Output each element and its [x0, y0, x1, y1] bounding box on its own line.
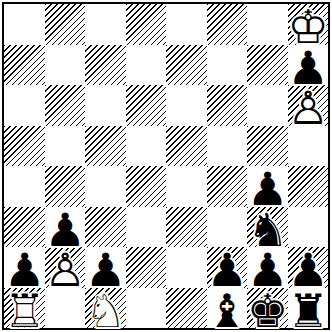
square-e1 — [166, 288, 207, 329]
square-a3 — [4, 207, 45, 248]
square-g6 — [247, 85, 288, 126]
square-c8 — [85, 4, 126, 45]
black-pawn-icon: ♟ — [85, 247, 126, 293]
chess-board: ♚♔♟♟♟♙♟♟♟♟♞♞♟♟♟♙♟♟♟♟♟♟♟♟♜♖♞♘♝♝♚♚♜♜ — [2, 2, 330, 330]
square-e2 — [166, 247, 207, 288]
black-pawn-icon: ♟ — [247, 247, 288, 293]
white-rook-icon: ♖ — [4, 288, 45, 332]
black-bishop-icon: ♝ — [207, 288, 248, 332]
square-g8 — [247, 4, 288, 45]
black-rook-piece: ♜♜ — [288, 288, 329, 332]
square-a7 — [4, 45, 45, 86]
square-f7 — [207, 45, 248, 86]
white-pawn-piece: ♟♙ — [45, 247, 86, 293]
square-b1 — [45, 288, 86, 329]
square-c2: ♟♟ — [85, 247, 126, 288]
square-d2 — [126, 247, 167, 288]
square-b7 — [45, 45, 86, 86]
black-king-piece: ♚♚ — [247, 288, 288, 332]
square-f1: ♝♝ — [207, 288, 248, 329]
black-pawn-piece: ♟♟ — [45, 207, 86, 253]
piece-halo: ♟ — [45, 247, 86, 293]
square-c1: ♞♘ — [85, 288, 126, 329]
piece-halo: ♟ — [247, 166, 288, 212]
square-d4 — [126, 166, 167, 207]
black-pawn-piece: ♟♟ — [85, 247, 126, 293]
square-h2: ♟♟ — [288, 247, 329, 288]
white-king-icon: ♔ — [288, 4, 329, 50]
square-g2: ♟♟ — [247, 247, 288, 288]
square-e4 — [166, 166, 207, 207]
square-a1: ♜♖ — [4, 288, 45, 329]
white-pawn-icon: ♙ — [288, 85, 329, 131]
piece-halo: ♟ — [288, 45, 329, 91]
piece-halo: ♚ — [247, 288, 288, 332]
square-h6: ♟♙ — [288, 85, 329, 126]
square-h8: ♚♔ — [288, 4, 329, 45]
black-king-icon: ♚ — [247, 288, 288, 332]
square-c4 — [85, 166, 126, 207]
square-c5 — [85, 126, 126, 167]
piece-halo: ♜ — [288, 288, 329, 332]
square-a5 — [4, 126, 45, 167]
piece-halo: ♞ — [85, 288, 126, 332]
square-f3 — [207, 207, 248, 248]
square-h3 — [288, 207, 329, 248]
square-h4 — [288, 166, 329, 207]
piece-halo: ♟ — [85, 247, 126, 293]
square-f8 — [207, 4, 248, 45]
piece-halo: ♟ — [288, 85, 329, 131]
square-c6 — [85, 85, 126, 126]
black-pawn-icon: ♟ — [45, 207, 86, 253]
square-d5 — [126, 126, 167, 167]
white-pawn-piece: ♟♙ — [288, 85, 329, 131]
white-pawn-icon: ♙ — [45, 247, 86, 293]
black-knight-icon: ♞ — [247, 207, 288, 253]
square-h7: ♟♟ — [288, 45, 329, 86]
square-e7 — [166, 45, 207, 86]
square-a4 — [4, 166, 45, 207]
square-a2: ♟♟ — [4, 247, 45, 288]
black-pawn-icon: ♟ — [247, 166, 288, 212]
piece-halo: ♟ — [4, 247, 45, 293]
square-c3 — [85, 207, 126, 248]
black-pawn-icon: ♟ — [4, 247, 45, 293]
square-a8 — [4, 4, 45, 45]
black-pawn-icon: ♟ — [288, 45, 329, 91]
black-knight-piece: ♞♞ — [247, 207, 288, 253]
piece-halo: ♝ — [207, 288, 248, 332]
square-e6 — [166, 85, 207, 126]
square-f5 — [207, 126, 248, 167]
square-f4 — [207, 166, 248, 207]
black-pawn-piece: ♟♟ — [207, 247, 248, 293]
square-g3: ♞♞ — [247, 207, 288, 248]
square-f6 — [207, 85, 248, 126]
black-rook-icon: ♜ — [288, 288, 329, 332]
square-a6 — [4, 85, 45, 126]
square-d3 — [126, 207, 167, 248]
black-pawn-icon: ♟ — [288, 247, 329, 293]
white-rook-piece: ♜♖ — [4, 288, 45, 332]
piece-halo: ♟ — [45, 207, 86, 253]
white-knight-icon: ♘ — [85, 288, 126, 332]
square-b5 — [45, 126, 86, 167]
square-d8 — [126, 4, 167, 45]
square-b8 — [45, 4, 86, 45]
piece-halo: ♟ — [207, 247, 248, 293]
white-king-piece: ♚♔ — [288, 4, 329, 50]
square-e3 — [166, 207, 207, 248]
chess-diagram: ♚♔♟♟♟♙♟♟♟♟♞♞♟♟♟♙♟♟♟♟♟♟♟♟♜♖♞♘♝♝♚♚♜♜ — [0, 0, 332, 332]
square-d6 — [126, 85, 167, 126]
black-pawn-piece: ♟♟ — [247, 247, 288, 293]
piece-halo: ♜ — [4, 288, 45, 332]
piece-halo: ♞ — [247, 207, 288, 253]
black-bishop-piece: ♝♝ — [207, 288, 248, 332]
square-g5 — [247, 126, 288, 167]
square-h5 — [288, 126, 329, 167]
black-pawn-piece: ♟♟ — [247, 166, 288, 212]
white-knight-piece: ♞♘ — [85, 288, 126, 332]
black-pawn-piece: ♟♟ — [288, 247, 329, 293]
square-g1: ♚♚ — [247, 288, 288, 329]
square-b6 — [45, 85, 86, 126]
square-b3: ♟♟ — [45, 207, 86, 248]
piece-halo: ♟ — [247, 247, 288, 293]
square-g7 — [247, 45, 288, 86]
square-h1: ♜♜ — [288, 288, 329, 329]
black-pawn-piece: ♟♟ — [4, 247, 45, 293]
square-g4: ♟♟ — [247, 166, 288, 207]
square-b4 — [45, 166, 86, 207]
square-e8 — [166, 4, 207, 45]
black-pawn-icon: ♟ — [207, 247, 248, 293]
square-e5 — [166, 126, 207, 167]
square-d1 — [126, 288, 167, 329]
square-d7 — [126, 45, 167, 86]
piece-halo: ♚ — [288, 4, 329, 50]
square-c7 — [85, 45, 126, 86]
black-pawn-piece: ♟♟ — [288, 45, 329, 91]
square-b2: ♟♙ — [45, 247, 86, 288]
square-f2: ♟♟ — [207, 247, 248, 288]
piece-halo: ♟ — [288, 247, 329, 293]
